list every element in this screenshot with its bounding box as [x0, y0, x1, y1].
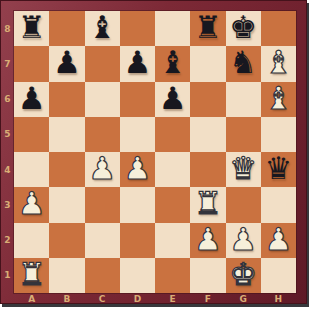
square-c3[interactable]: [85, 187, 120, 222]
white-bishop[interactable]: ♝: [261, 45, 296, 80]
file-label-h: H: [261, 292, 296, 305]
file-label-e: E: [155, 292, 190, 305]
rank-label-4: 4: [1, 152, 14, 187]
white-rook[interactable]: ♜: [190, 186, 225, 221]
square-h7[interactable]: ♝: [261, 46, 296, 81]
square-c2[interactable]: [85, 223, 120, 258]
square-f4[interactable]: [190, 152, 225, 187]
square-b2[interactable]: [49, 223, 84, 258]
square-e7[interactable]: ♝: [155, 46, 190, 81]
square-e6[interactable]: ♟: [155, 82, 190, 117]
square-e1[interactable]: [155, 258, 190, 293]
file-label-a: A: [14, 292, 49, 305]
square-c8[interactable]: ♝: [85, 11, 120, 46]
rank-label-5: 5: [1, 117, 14, 152]
square-g2[interactable]: ♟: [226, 223, 261, 258]
square-d8[interactable]: [120, 11, 155, 46]
square-e3[interactable]: [155, 187, 190, 222]
square-h8[interactable]: [261, 11, 296, 46]
square-a4[interactable]: [14, 152, 49, 187]
square-d1[interactable]: [120, 258, 155, 293]
white-pawn[interactable]: ♟: [226, 222, 261, 257]
square-c6[interactable]: [85, 82, 120, 117]
chess-board: ♜♝♜♚♟♟♝♞♝♟♟♝♟♟♛♛♟♜♟♟♟♜♚: [14, 11, 296, 293]
square-e2[interactable]: [155, 223, 190, 258]
square-b8[interactable]: [49, 11, 84, 46]
square-f7[interactable]: [190, 46, 225, 81]
square-h1[interactable]: [261, 258, 296, 293]
black-pawn[interactable]: ♟: [120, 45, 155, 80]
black-rook[interactable]: ♜: [190, 10, 225, 45]
rank-label-8: 8: [1, 11, 14, 46]
rank-label-1: 1: [1, 258, 14, 293]
black-queen[interactable]: ♛: [261, 151, 296, 186]
square-d3[interactable]: [120, 187, 155, 222]
square-g7[interactable]: ♞: [226, 46, 261, 81]
white-bishop[interactable]: ♝: [261, 81, 296, 116]
square-c1[interactable]: [85, 258, 120, 293]
white-pawn[interactable]: ♟: [190, 222, 225, 257]
black-bishop[interactable]: ♝: [155, 45, 190, 80]
square-a8[interactable]: ♜: [14, 11, 49, 46]
square-g3[interactable]: [226, 187, 261, 222]
square-f5[interactable]: [190, 117, 225, 152]
white-queen[interactable]: ♛: [226, 151, 261, 186]
square-d5[interactable]: [120, 117, 155, 152]
square-g5[interactable]: [226, 117, 261, 152]
square-e4[interactable]: [155, 152, 190, 187]
black-pawn[interactable]: ♟: [49, 45, 84, 80]
square-g1[interactable]: ♚: [226, 258, 261, 293]
board-frame: 87654321 ABCDEFGH ♜♝♜♚♟♟♝♞♝♟♟♝♟♟♛♛♟♜♟♟♟♜…: [0, 0, 307, 304]
square-b4[interactable]: [49, 152, 84, 187]
square-a7[interactable]: [14, 46, 49, 81]
square-d2[interactable]: [120, 223, 155, 258]
square-d4[interactable]: ♟: [120, 152, 155, 187]
square-h3[interactable]: [261, 187, 296, 222]
square-a5[interactable]: [14, 117, 49, 152]
rank-label-2: 2: [1, 223, 14, 258]
square-f6[interactable]: [190, 82, 225, 117]
square-h4[interactable]: ♛: [261, 152, 296, 187]
white-king[interactable]: ♚: [226, 257, 261, 292]
white-pawn[interactable]: ♟: [85, 151, 120, 186]
square-c5[interactable]: [85, 117, 120, 152]
square-c7[interactable]: [85, 46, 120, 81]
square-g6[interactable]: [226, 82, 261, 117]
file-label-c: C: [85, 292, 120, 305]
square-f2[interactable]: ♟: [190, 223, 225, 258]
square-h6[interactable]: ♝: [261, 82, 296, 117]
black-king[interactable]: ♚: [226, 10, 261, 45]
file-label-g: G: [226, 292, 261, 305]
square-g4[interactable]: ♛: [226, 152, 261, 187]
square-d6[interactable]: [120, 82, 155, 117]
black-rook[interactable]: ♜: [14, 10, 49, 45]
black-bishop[interactable]: ♝: [85, 10, 120, 45]
square-e8[interactable]: [155, 11, 190, 46]
rank-labels: 87654321: [1, 11, 14, 293]
square-b1[interactable]: [49, 258, 84, 293]
file-label-b: B: [49, 292, 84, 305]
square-a6[interactable]: ♟: [14, 82, 49, 117]
square-a1[interactable]: ♜: [14, 258, 49, 293]
square-f3[interactable]: ♜: [190, 187, 225, 222]
white-pawn[interactable]: ♟: [14, 186, 49, 221]
file-label-d: D: [120, 292, 155, 305]
square-b3[interactable]: [49, 187, 84, 222]
square-a2[interactable]: [14, 223, 49, 258]
square-g8[interactable]: ♚: [226, 11, 261, 46]
black-pawn[interactable]: ♟: [155, 81, 190, 116]
square-b5[interactable]: [49, 117, 84, 152]
square-b6[interactable]: [49, 82, 84, 117]
white-rook[interactable]: ♜: [14, 257, 49, 292]
square-h5[interactable]: [261, 117, 296, 152]
file-label-f: F: [190, 292, 225, 305]
square-d7[interactable]: ♟: [120, 46, 155, 81]
square-a3[interactable]: ♟: [14, 187, 49, 222]
rank-label-6: 6: [1, 82, 14, 117]
square-f8[interactable]: ♜: [190, 11, 225, 46]
square-h2[interactable]: ♟: [261, 223, 296, 258]
rank-label-7: 7: [1, 46, 14, 81]
square-c4[interactable]: ♟: [85, 152, 120, 187]
file-labels: ABCDEFGH: [14, 292, 296, 305]
square-b7[interactable]: ♟: [49, 46, 84, 81]
square-f1[interactable]: [190, 258, 225, 293]
white-pawn[interactable]: ♟: [261, 222, 296, 257]
square-e5[interactable]: [155, 117, 190, 152]
black-pawn[interactable]: ♟: [14, 81, 49, 116]
rank-label-3: 3: [1, 187, 14, 222]
white-pawn[interactable]: ♟: [120, 151, 155, 186]
black-knight[interactable]: ♞: [226, 45, 261, 80]
